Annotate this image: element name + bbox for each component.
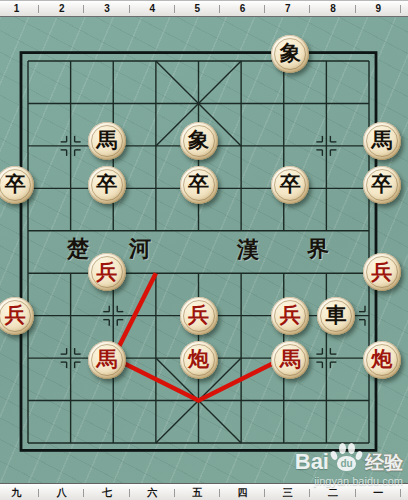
top-ruler-cell: 1: [0, 1, 39, 16]
piece-red-file3-row6[interactable]: 兵: [88, 253, 126, 291]
piece-glyph: 馬: [280, 349, 301, 370]
bottom-ruler-cell: 七: [84, 484, 129, 500]
baidu-logo-text-jingyan: 经验: [365, 453, 403, 473]
bottom-ruler-cell: 六: [130, 484, 175, 500]
watermark-url: jingyan.baidu.com: [295, 475, 403, 487]
piece-glyph: 兵: [5, 305, 26, 326]
top-ruler-cell: [401, 1, 408, 16]
move-hint-arrows: [0, 0, 408, 500]
piece-black-file7-row1[interactable]: 象: [271, 35, 309, 73]
piece-glyph: 炮: [188, 349, 209, 370]
piece-glyph: 馬: [96, 349, 117, 370]
piece-red-file9-row8[interactable]: 炮: [363, 341, 401, 379]
top-ruler-cell: 2: [39, 1, 84, 16]
top-ruler-cell: 3: [84, 1, 129, 16]
piece-red-file7-row8[interactable]: 馬: [271, 341, 309, 379]
piece-glyph: 卒: [371, 174, 392, 195]
bottom-ruler-cell: 五: [175, 484, 220, 500]
piece-black-file3-row3[interactable]: 馬: [88, 122, 126, 160]
top-ruler-cell: 9: [356, 1, 401, 16]
piece-glyph: 象: [280, 43, 301, 64]
bottom-ruler-cell: 八: [39, 484, 84, 500]
piece-red-file7-row7[interactable]: 兵: [271, 297, 309, 335]
piece-glyph: 卒: [188, 174, 209, 195]
baidu-logo: Bai du 经验: [295, 443, 403, 473]
top-ruler-cell: 7: [265, 1, 310, 16]
top-ruler-cell: 6: [220, 1, 265, 16]
bottom-ruler-cell: 四: [220, 484, 265, 500]
baidu-logo-text-bai: Bai: [295, 451, 329, 473]
piece-glyph: 兵: [188, 305, 209, 326]
piece-glyph: 車: [325, 305, 346, 326]
piece-glyph: 卒: [96, 174, 117, 195]
top-file-ruler: 123456789: [0, 0, 408, 17]
xiangqi-diagram: 123456789 楚河漢界 象馬象馬卒卒卒卒卒兵兵兵兵兵車馬炮馬炮 Bai d…: [0, 0, 408, 500]
piece-glyph: 兵: [371, 262, 392, 283]
piece-glyph: 炮: [371, 349, 392, 370]
piece-black-file5-row3[interactable]: 象: [180, 122, 218, 160]
piece-glyph: 卒: [280, 174, 301, 195]
piece-red-file5-row7[interactable]: 兵: [180, 297, 218, 335]
piece-glyph: 兵: [96, 262, 117, 283]
piece-glyph: 象: [188, 130, 209, 151]
piece-black-file5-row4[interactable]: 卒: [180, 166, 218, 204]
piece-red-file9-row6[interactable]: 兵: [363, 253, 401, 291]
top-ruler-cell: 4: [130, 1, 175, 16]
piece-glyph: 卒: [5, 174, 26, 195]
piece-red-file3-row8[interactable]: 馬: [88, 341, 126, 379]
piece-glyph: 兵: [280, 305, 301, 326]
piece-black-file8-row7[interactable]: 車: [317, 297, 355, 335]
top-ruler-cell: 5: [175, 1, 220, 16]
piece-glyph: 馬: [96, 130, 117, 151]
paw-toe-icon: [339, 443, 346, 454]
piece-red-file5-row8[interactable]: 炮: [180, 341, 218, 379]
piece-black-file9-row3[interactable]: 馬: [363, 122, 401, 160]
piece-black-file9-row4[interactable]: 卒: [363, 166, 401, 204]
piece-black-file3-row4[interactable]: 卒: [88, 166, 126, 204]
piece-glyph: 馬: [371, 130, 392, 151]
bottom-ruler-cell: 九: [0, 484, 39, 500]
top-ruler-cell: 8: [310, 1, 355, 16]
paw-toe-icon: [348, 443, 355, 454]
baidu-jingyan-watermark: Bai du 经验 jingyan.baidu.com: [295, 443, 403, 487]
baidu-logo-text-du: du: [337, 459, 356, 469]
piece-black-file7-row4[interactable]: 卒: [271, 166, 309, 204]
baidu-paw-icon: du: [331, 443, 362, 473]
